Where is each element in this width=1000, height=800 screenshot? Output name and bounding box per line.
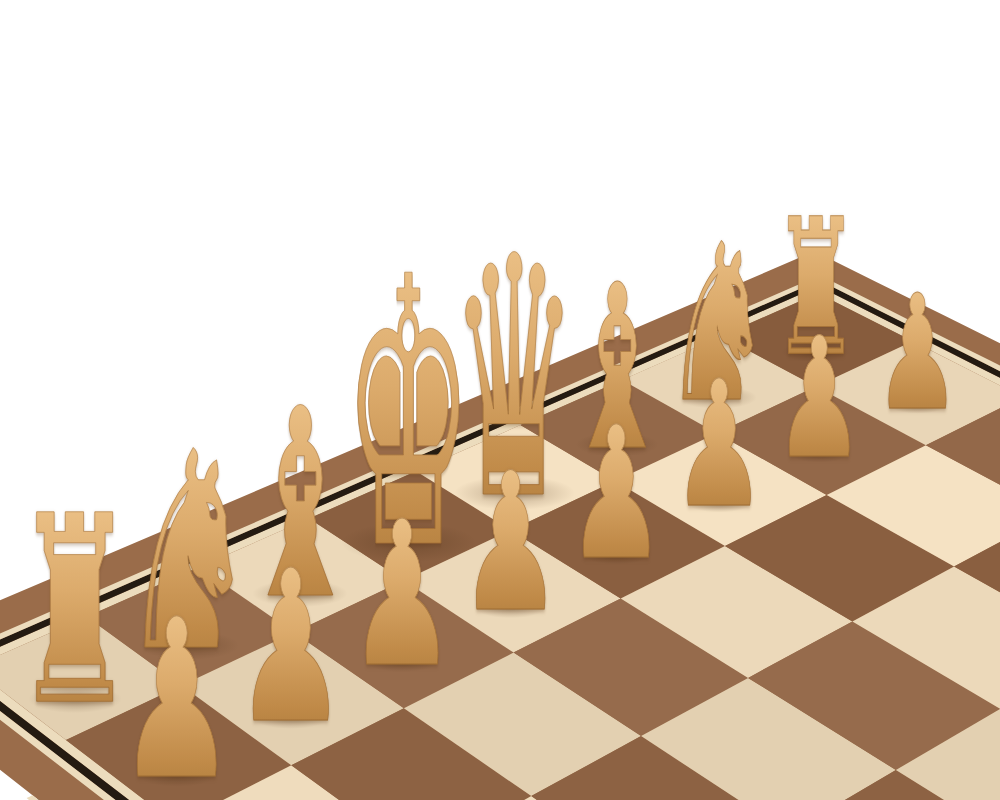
- chess-set-product-photo: ♜♞♟♝♟♛♟♚♟♝♟♞♟♜♟♟: [0, 0, 1000, 800]
- piece-white-pawn-c2[interactable]: ♟: [667, 358, 772, 532]
- piece-white-pawn-f2[interactable]: ♟: [342, 495, 462, 695]
- piece-white-pawn-a2[interactable]: ♟: [870, 273, 965, 432]
- piece-white-pawn-d2[interactable]: ♟: [561, 403, 671, 586]
- piece-white-pawn-h2[interactable]: ♟: [111, 591, 243, 800]
- piece-white-pawn-g2[interactable]: ♟: [228, 543, 354, 753]
- piece-white-pawn-b2[interactable]: ♟: [770, 315, 870, 481]
- piece-white-pawn-e2[interactable]: ♟: [453, 448, 568, 639]
